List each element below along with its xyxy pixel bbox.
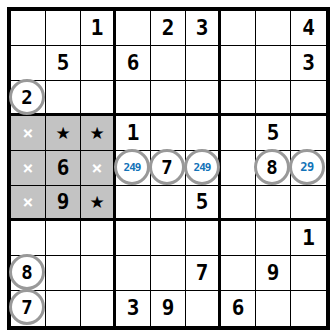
cell-r2c7[interactable] <box>221 46 256 81</box>
cell-r4c5[interactable] <box>151 116 186 151</box>
star-icon: ★ <box>89 125 104 142</box>
cell-r7c8[interactable] <box>256 221 291 256</box>
cell-r7c6[interactable] <box>186 221 221 256</box>
circled-digit: 7 <box>161 158 172 177</box>
cell-r4c9[interactable] <box>291 116 326 151</box>
cell-r7c5[interactable] <box>151 221 186 256</box>
circled-digit: 2 <box>21 88 32 107</box>
cell-r2c1[interactable] <box>11 46 46 81</box>
cell-r6c7[interactable] <box>221 186 256 221</box>
cell-r2c3[interactable] <box>81 46 116 81</box>
cell-r9c2[interactable] <box>46 291 81 326</box>
given-digit: 1 <box>91 18 104 39</box>
given-digit: 4 <box>302 18 315 39</box>
cell-r9c1[interactable]: 7 <box>11 291 46 326</box>
cell-r8c6[interactable]: 7 <box>186 256 221 291</box>
cell-r3c9[interactable] <box>291 81 326 116</box>
given-digit: 3 <box>127 298 140 319</box>
cell-r9c7[interactable]: 6 <box>221 291 256 326</box>
star-icon: ★ <box>55 125 70 142</box>
cell-r1c5[interactable]: 2 <box>151 11 186 46</box>
cell-r1c9[interactable]: 4 <box>291 11 326 46</box>
cell-r9c6[interactable] <box>186 291 221 326</box>
circle-mark: 7 <box>149 149 185 185</box>
cell-r6c8[interactable] <box>256 186 291 221</box>
circle-mark: 8 <box>254 149 290 185</box>
cell-r8c4[interactable] <box>116 256 151 291</box>
sudoku-board: 12345632×★★15×6×2497249829×9★518797396 <box>7 7 330 330</box>
circle-mark: 29 <box>289 149 325 185</box>
cell-r5c8[interactable]: 8 <box>256 151 291 186</box>
given-digit: 1 <box>127 123 140 144</box>
cell-r8c9[interactable] <box>291 256 326 291</box>
cell-r9c4[interactable]: 3 <box>116 291 151 326</box>
cell-r3c5[interactable] <box>151 81 186 116</box>
circle-mark: 7 <box>9 289 45 325</box>
cell-r1c4[interactable] <box>116 11 151 46</box>
given-digit: 3 <box>302 53 315 74</box>
cell-r2c6[interactable] <box>186 46 221 81</box>
given-digit: 7 <box>196 263 209 284</box>
given-digit: 9 <box>57 192 70 213</box>
candidate-digits: 249 <box>194 162 211 173</box>
cell-r5c2[interactable]: 6 <box>46 151 81 186</box>
circle-mark: 8 <box>9 254 45 290</box>
cell-r3c3[interactable] <box>81 81 116 116</box>
cell-r5c7[interactable] <box>221 151 256 186</box>
circle-mark: 249 <box>184 149 220 185</box>
given-digit: 6 <box>232 298 245 319</box>
cell-r6c1[interactable]: × <box>11 186 46 221</box>
cell-r6c3[interactable]: ★ <box>81 186 116 221</box>
given-digit: 6 <box>57 158 70 179</box>
cell-r1c3[interactable]: 1 <box>81 11 116 46</box>
cell-r6c2[interactable]: 9 <box>46 186 81 221</box>
cell-r4c8[interactable]: 5 <box>256 116 291 151</box>
circled-digit: 7 <box>21 298 32 317</box>
given-digit: 1 <box>302 228 315 249</box>
x-mark: × <box>23 159 34 177</box>
cell-r5c3[interactable]: × <box>81 151 116 186</box>
cell-r8c3[interactable] <box>81 256 116 291</box>
cell-r5c5[interactable]: 7 <box>151 151 186 186</box>
x-mark: × <box>23 124 34 142</box>
cell-r9c9[interactable] <box>291 291 326 326</box>
candidate-digits: 249 <box>124 162 141 173</box>
cell-r2c4[interactable]: 6 <box>116 46 151 81</box>
cell-r2c5[interactable] <box>151 46 186 81</box>
cell-r7c1[interactable] <box>11 221 46 256</box>
cell-r2c8[interactable] <box>256 46 291 81</box>
cell-r3c8[interactable] <box>256 81 291 116</box>
given-digit: 6 <box>127 53 140 74</box>
circle-mark: 249 <box>114 149 150 185</box>
cell-r6c4[interactable] <box>116 186 151 221</box>
cell-r7c4[interactable] <box>116 221 151 256</box>
given-digit: 9 <box>267 263 280 284</box>
cell-r2c9[interactable]: 3 <box>291 46 326 81</box>
cell-r9c3[interactable] <box>81 291 116 326</box>
cell-r7c9[interactable]: 1 <box>291 221 326 256</box>
cell-r5c4[interactable]: 249 <box>116 151 151 186</box>
x-mark: × <box>92 159 103 177</box>
cell-r4c7[interactable] <box>221 116 256 151</box>
given-digit: 2 <box>162 18 175 39</box>
cell-r6c6[interactable]: 5 <box>186 186 221 221</box>
cell-r5c1[interactable]: × <box>11 151 46 186</box>
cell-r9c5[interactable]: 9 <box>151 291 186 326</box>
cell-r8c1[interactable]: 8 <box>11 256 46 291</box>
candidate-digits: 29 <box>300 161 313 173</box>
puzzle-page: { "game": { "name": "sudoku", "variant_n… <box>0 0 336 336</box>
given-digit: 9 <box>162 298 175 319</box>
circled-digit: 8 <box>21 263 32 282</box>
cell-r1c7[interactable] <box>221 11 256 46</box>
cell-r1c6[interactable]: 3 <box>186 11 221 46</box>
cell-r2c2[interactable]: 5 <box>46 46 81 81</box>
cell-r3c7[interactable] <box>221 81 256 116</box>
cell-r4c2[interactable]: ★ <box>46 116 81 151</box>
cell-r6c9[interactable] <box>291 186 326 221</box>
circle-mark: 2 <box>9 79 45 115</box>
given-digit: 3 <box>196 18 209 39</box>
cell-r5c9[interactable]: 29 <box>291 151 326 186</box>
given-digit: 5 <box>267 123 280 144</box>
cell-r8c2[interactable] <box>46 256 81 291</box>
cell-r7c3[interactable] <box>81 221 116 256</box>
cell-r7c2[interactable] <box>46 221 81 256</box>
cell-r3c6[interactable] <box>186 81 221 116</box>
circled-digit: 8 <box>266 158 277 177</box>
cell-r4c3[interactable]: ★ <box>81 116 116 151</box>
cell-r7c7[interactable] <box>221 221 256 256</box>
given-digit: 5 <box>57 53 70 74</box>
cell-r3c1[interactable]: 2 <box>11 81 46 116</box>
cell-r3c4[interactable] <box>116 81 151 116</box>
cell-r4c4[interactable]: 1 <box>116 116 151 151</box>
cell-r6c5[interactable] <box>151 186 186 221</box>
cell-r3c2[interactable] <box>46 81 81 116</box>
cell-r1c8[interactable] <box>256 11 291 46</box>
star-icon: ★ <box>89 194 104 211</box>
cell-r1c1[interactable] <box>11 11 46 46</box>
cell-r8c8[interactable]: 9 <box>256 256 291 291</box>
cell-r8c7[interactable] <box>221 256 256 291</box>
cell-r4c1[interactable]: × <box>11 116 46 151</box>
cell-r4c6[interactable] <box>186 116 221 151</box>
cell-r5c6[interactable]: 249 <box>186 151 221 186</box>
cell-r1c2[interactable] <box>46 11 81 46</box>
given-digit: 5 <box>196 192 209 213</box>
x-mark: × <box>23 193 34 211</box>
cell-r9c8[interactable] <box>256 291 291 326</box>
cell-r8c5[interactable] <box>151 256 186 291</box>
